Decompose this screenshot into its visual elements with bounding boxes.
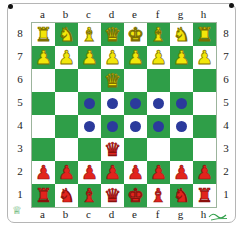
chess-board: ♜♞♝♛♚♝♞♜♟♟♟♟♟♟♟♟♛♛♟♟♟♟♟♟♟♟♜♞♝♛♚♝♞♜ <box>31 22 217 208</box>
rank-label-3: 3 <box>13 137 27 160</box>
move-hint-dot <box>130 98 141 109</box>
square-d1[interactable]: ♛ <box>101 184 124 207</box>
brand-mark-icon <box>207 208 231 226</box>
piece-white-pawn[interactable]: ♟ <box>150 161 167 184</box>
square-e6[interactable] <box>124 69 147 92</box>
square-g7[interactable]: ♟ <box>170 46 193 69</box>
square-d7[interactable]: ♟ <box>101 46 124 69</box>
square-e4[interactable] <box>124 115 147 138</box>
rank-label-7: 7 <box>13 45 27 68</box>
square-c5[interactable] <box>78 92 101 115</box>
rank-label-2: 2 <box>219 160 233 183</box>
demo-board-panel: abcdefgh abcdefgh 87654321 87654321 ♜♞♝♛… <box>7 3 236 223</box>
move-hint-dot <box>107 98 118 109</box>
square-f1[interactable]: ♝ <box>147 184 170 207</box>
square-g2[interactable]: ♟ <box>170 161 193 184</box>
rank-label-6: 6 <box>219 68 233 91</box>
piece-black-pawn[interactable]: ♟ <box>81 46 98 69</box>
square-e1[interactable]: ♚ <box>124 184 147 207</box>
rank-label-3: 3 <box>219 137 233 160</box>
piece-white-pawn[interactable]: ♟ <box>81 161 98 184</box>
square-g5[interactable] <box>170 92 193 115</box>
square-h4[interactable] <box>193 115 216 138</box>
move-hint-dot <box>153 98 164 109</box>
screw-icon <box>229 3 234 8</box>
square-f3[interactable] <box>147 138 170 161</box>
square-a5[interactable] <box>32 92 55 115</box>
file-label-f: f <box>146 208 169 221</box>
piece-black-pawn[interactable]: ♟ <box>35 46 52 69</box>
file-label-b: b <box>54 8 77 21</box>
file-labels-top: abcdefgh <box>31 8 215 21</box>
piece-black-queen[interactable]: ♛ <box>104 23 121 46</box>
square-e5[interactable] <box>124 92 147 115</box>
square-h6[interactable] <box>193 69 216 92</box>
file-label-e: e <box>123 8 146 21</box>
screw-icon <box>8 4 13 9</box>
piece-white-bishop[interactable]: ♝ <box>81 184 98 207</box>
square-g8[interactable]: ♞ <box>170 23 193 46</box>
piece-white-queen[interactable]: ♛ <box>104 184 121 207</box>
piece-white-pawn[interactable]: ♟ <box>196 161 213 184</box>
square-c3[interactable] <box>78 138 101 161</box>
piece-white-knight[interactable]: ♞ <box>58 184 75 207</box>
square-h5[interactable] <box>193 92 216 115</box>
square-d6[interactable]: ♛ <box>101 69 124 92</box>
square-h2[interactable]: ♟ <box>193 161 216 184</box>
square-h7[interactable]: ♟ <box>193 46 216 69</box>
square-e2[interactable]: ♟ <box>124 161 147 184</box>
square-f4[interactable] <box>147 115 170 138</box>
square-d3[interactable]: ♛ <box>101 138 124 161</box>
file-label-d: d <box>100 208 123 221</box>
piece-white-knight[interactable]: ♞ <box>173 184 190 207</box>
piece-white-bishop[interactable]: ♝ <box>150 184 167 207</box>
file-label-a: a <box>31 8 54 21</box>
rank-label-5: 5 <box>13 91 27 114</box>
file-label-b: b <box>54 208 77 221</box>
piece-black-pawn[interactable]: ♟ <box>150 46 167 69</box>
square-d5[interactable] <box>101 92 124 115</box>
piece-white-pawn[interactable]: ♟ <box>35 161 52 184</box>
square-c1[interactable]: ♝ <box>78 184 101 207</box>
square-f8[interactable]: ♝ <box>147 23 170 46</box>
square-f5[interactable] <box>147 92 170 115</box>
move-hint-dot <box>176 121 187 132</box>
piece-white-pawn[interactable]: ♟ <box>127 161 144 184</box>
square-b1[interactable]: ♞ <box>55 184 78 207</box>
square-a2[interactable]: ♟ <box>32 161 55 184</box>
square-g1[interactable]: ♞ <box>170 184 193 207</box>
square-c4[interactable] <box>78 115 101 138</box>
square-e3[interactable] <box>124 138 147 161</box>
file-label-g: g <box>169 8 192 21</box>
rank-labels-right: 87654321 <box>219 22 233 206</box>
piece-black-pawn[interactable]: ♟ <box>58 46 75 69</box>
piece-black-rook[interactable]: ♜ <box>196 23 213 46</box>
piece-white-king[interactable]: ♚ <box>127 184 144 207</box>
square-b2[interactable]: ♟ <box>55 161 78 184</box>
piece-black-knight[interactable]: ♞ <box>173 23 190 46</box>
file-label-h: h <box>192 8 215 21</box>
piece-black-queen[interactable]: ♛ <box>104 69 121 92</box>
square-b7[interactable]: ♟ <box>55 46 78 69</box>
square-g3[interactable] <box>170 138 193 161</box>
file-label-e: e <box>123 208 146 221</box>
piece-white-rook[interactable]: ♜ <box>196 184 213 207</box>
move-hint-dot <box>84 121 95 132</box>
piece-black-pawn[interactable]: ♟ <box>196 46 213 69</box>
rank-label-1: 1 <box>219 183 233 206</box>
square-e8[interactable]: ♚ <box>124 23 147 46</box>
move-hint-dot <box>107 121 118 132</box>
square-a7[interactable]: ♟ <box>32 46 55 69</box>
piece-black-pawn[interactable]: ♟ <box>127 46 144 69</box>
piece-black-bishop[interactable]: ♝ <box>81 23 98 46</box>
move-hint-dot <box>130 121 141 132</box>
piece-black-rook[interactable]: ♜ <box>35 23 52 46</box>
rank-label-6: 6 <box>13 68 27 91</box>
square-b6[interactable] <box>55 69 78 92</box>
square-e7[interactable]: ♟ <box>124 46 147 69</box>
piece-white-rook[interactable]: ♜ <box>35 184 52 207</box>
square-f2[interactable]: ♟ <box>147 161 170 184</box>
piece-black-pawn[interactable]: ♟ <box>104 46 121 69</box>
rank-label-7: 7 <box>219 45 233 68</box>
file-label-a: a <box>31 208 54 221</box>
move-hint-dot <box>153 121 164 132</box>
square-d2[interactable]: ♟ <box>101 161 124 184</box>
square-d8[interactable]: ♛ <box>101 23 124 46</box>
file-label-c: c <box>77 8 100 21</box>
piece-black-bishop[interactable]: ♝ <box>150 23 167 46</box>
square-a4[interactable] <box>32 115 55 138</box>
square-c6[interactable] <box>78 69 101 92</box>
rank-label-4: 4 <box>219 114 233 137</box>
piece-white-pawn[interactable]: ♟ <box>173 161 190 184</box>
square-b8[interactable]: ♞ <box>55 23 78 46</box>
square-a6[interactable] <box>32 69 55 92</box>
rank-label-1: 1 <box>13 183 27 206</box>
square-a8[interactable]: ♜ <box>32 23 55 46</box>
square-c2[interactable]: ♟ <box>78 161 101 184</box>
file-label-g: g <box>169 208 192 221</box>
square-a1[interactable]: ♜ <box>32 184 55 207</box>
square-g6[interactable] <box>170 69 193 92</box>
rank-labels-left: 87654321 <box>13 22 27 206</box>
square-c8[interactable]: ♝ <box>78 23 101 46</box>
square-g4[interactable] <box>170 115 193 138</box>
square-f6[interactable] <box>147 69 170 92</box>
piece-white-pawn[interactable]: ♟ <box>104 161 121 184</box>
square-b4[interactable] <box>55 115 78 138</box>
move-hint-dot <box>176 98 187 109</box>
file-label-f: f <box>146 8 169 21</box>
square-h3[interactable] <box>193 138 216 161</box>
rank-label-4: 4 <box>13 114 27 137</box>
file-label-c: c <box>77 208 100 221</box>
crown-logo-icon: ♕ <box>12 204 22 217</box>
square-h8[interactable]: ♜ <box>193 23 216 46</box>
file-label-d: d <box>100 8 123 21</box>
piece-black-king[interactable]: ♚ <box>127 23 144 46</box>
piece-white-pawn[interactable]: ♟ <box>58 161 75 184</box>
piece-black-knight[interactable]: ♞ <box>58 23 75 46</box>
rank-label-8: 8 <box>219 22 233 45</box>
piece-white-queen[interactable]: ♛ <box>104 138 121 161</box>
rank-label-2: 2 <box>13 160 27 183</box>
rank-label-8: 8 <box>13 22 27 45</box>
rank-label-5: 5 <box>219 91 233 114</box>
square-a3[interactable] <box>32 138 55 161</box>
square-c7[interactable]: ♟ <box>78 46 101 69</box>
square-b3[interactable] <box>55 138 78 161</box>
square-h1[interactable]: ♜ <box>193 184 216 207</box>
square-f7[interactable]: ♟ <box>147 46 170 69</box>
file-labels-bottom: abcdefgh <box>31 208 215 221</box>
square-b5[interactable] <box>55 92 78 115</box>
square-d4[interactable] <box>101 115 124 138</box>
move-hint-dot <box>84 98 95 109</box>
piece-black-pawn[interactable]: ♟ <box>173 46 190 69</box>
